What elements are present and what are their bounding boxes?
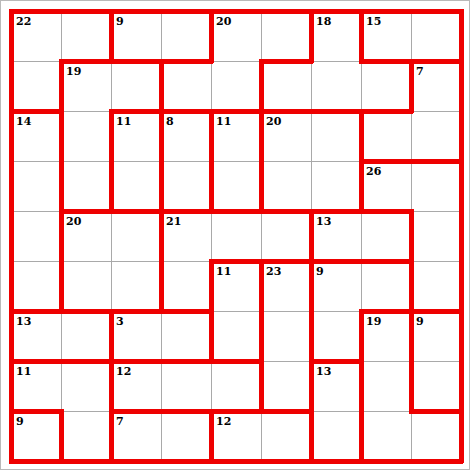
cage-sum-label: 9 xyxy=(416,316,424,327)
cage-border xyxy=(109,409,163,414)
cage-border xyxy=(159,209,213,214)
cage-border xyxy=(409,309,463,314)
cage-border xyxy=(359,409,364,463)
cell-r1c4[interactable] xyxy=(161,11,211,61)
cage-border xyxy=(309,359,314,413)
cage-sum-label: 8 xyxy=(166,116,174,127)
cage-border xyxy=(259,409,313,414)
cage-border xyxy=(459,159,464,213)
cage-border xyxy=(259,309,264,363)
cell-r4c4[interactable] xyxy=(161,161,211,211)
cage-border xyxy=(259,59,264,113)
cage-border xyxy=(409,259,414,313)
cage-border xyxy=(259,159,264,213)
cage-border xyxy=(459,109,464,163)
cell-r9c9[interactable] xyxy=(411,411,461,461)
cell-r6c1[interactable] xyxy=(11,261,61,311)
cell-r8c8[interactable] xyxy=(361,361,411,411)
cage-border xyxy=(9,109,14,163)
cell-r4c2[interactable] xyxy=(61,161,111,211)
cage-sum-label: 13 xyxy=(316,366,331,377)
cage-border xyxy=(409,159,463,164)
cage-border xyxy=(59,209,64,263)
cage-border xyxy=(209,109,214,163)
cage-border xyxy=(109,209,163,214)
cage-border xyxy=(209,409,214,463)
cell-r2c8[interactable] xyxy=(361,61,411,111)
cage-border xyxy=(409,209,414,263)
cage-border xyxy=(159,109,213,114)
cell-r4c5[interactable] xyxy=(211,161,261,211)
cage-border xyxy=(9,159,14,213)
cage-border xyxy=(9,259,14,313)
cage-border xyxy=(359,359,364,413)
cell-r4c3[interactable] xyxy=(111,161,161,211)
cage-border xyxy=(9,359,14,413)
cage-border xyxy=(259,9,313,14)
cell-r4c6[interactable] xyxy=(261,161,311,211)
cage-border xyxy=(59,209,113,214)
cage-border xyxy=(9,109,63,114)
cage-border xyxy=(409,409,463,414)
cage-border xyxy=(309,259,363,264)
cage-border xyxy=(209,309,214,363)
cage-border xyxy=(259,209,313,214)
cell-r7c4[interactable] xyxy=(161,311,211,361)
cage-border xyxy=(109,159,114,213)
cage-sum-label: 12 xyxy=(116,366,131,377)
cage-border xyxy=(459,309,464,363)
cage-border xyxy=(309,209,314,263)
cage-border xyxy=(159,59,213,64)
cage-border xyxy=(159,159,164,213)
cell-r2c4[interactable] xyxy=(161,61,211,111)
cage-border xyxy=(459,209,464,263)
cage-border xyxy=(59,59,113,64)
cage-border xyxy=(109,109,163,114)
cell-r4c9[interactable] xyxy=(411,161,461,211)
cage-border xyxy=(309,9,363,14)
cage-sum-label: 13 xyxy=(316,216,331,227)
cage-border xyxy=(259,459,313,464)
cage-border xyxy=(9,409,14,463)
cell-r7c5[interactable] xyxy=(211,311,261,361)
cage-sum-label: 3 xyxy=(116,316,124,327)
cell-r5c5[interactable] xyxy=(211,211,261,261)
cage-border xyxy=(59,459,113,464)
cage-border xyxy=(259,259,264,313)
cell-r8c5[interactable] xyxy=(211,361,261,411)
cage-sum-label: 11 xyxy=(216,116,231,127)
cage-border xyxy=(359,209,413,214)
cell-r5c8[interactable] xyxy=(361,211,411,261)
cage-border xyxy=(59,309,113,314)
cage-sum-label: 15 xyxy=(366,16,381,27)
cell-r8c9[interactable] xyxy=(411,361,461,411)
cage-border xyxy=(9,59,14,113)
cage-sum-label: 11 xyxy=(116,116,131,127)
cage-border xyxy=(59,159,64,213)
cage-border xyxy=(59,9,113,14)
cage-sum-label: 21 xyxy=(166,216,181,227)
cage-sum-label: 7 xyxy=(416,66,424,77)
cage-border xyxy=(459,259,464,313)
killer-sudoku-puzzle-image: 2292018151971411811202620211311239133199… xyxy=(0,0,470,470)
cell-r6c8[interactable] xyxy=(361,261,411,311)
cell-r9c7[interactable] xyxy=(311,411,361,461)
cage-border xyxy=(59,359,113,364)
cell-r1c6[interactable] xyxy=(261,11,311,61)
cage-border xyxy=(159,359,213,364)
cell-r7c6[interactable] xyxy=(261,311,311,361)
cage-border xyxy=(109,309,163,314)
cage-border xyxy=(159,9,213,14)
cage-border xyxy=(159,209,164,263)
cage-border xyxy=(159,59,164,113)
cage-border xyxy=(259,109,313,114)
cell-r6c4[interactable] xyxy=(161,261,211,311)
cage-sum-label: 12 xyxy=(216,416,231,427)
cage-sum-label: 20 xyxy=(66,216,81,227)
cage-border xyxy=(159,259,164,313)
cage-border xyxy=(359,309,364,363)
cell-r1c2[interactable] xyxy=(61,11,111,61)
cage-border xyxy=(359,159,364,213)
cell-r5c1[interactable] xyxy=(11,211,61,261)
cell-r9c2[interactable] xyxy=(61,411,111,461)
cage-border xyxy=(59,109,64,163)
cage-border xyxy=(309,259,314,313)
cage-border xyxy=(459,359,464,413)
cage-border xyxy=(359,109,413,114)
cell-r6c2[interactable] xyxy=(61,261,111,311)
cell-r7c7[interactable] xyxy=(311,311,361,361)
cell-r5c6[interactable] xyxy=(261,211,311,261)
cage-sum-label: 19 xyxy=(366,316,381,327)
cell-r2c5[interactable] xyxy=(211,61,261,111)
cage-border xyxy=(109,409,114,463)
cage-border xyxy=(359,109,364,163)
cage-border xyxy=(309,109,363,114)
cage-border xyxy=(209,109,263,114)
cell-r3c8[interactable] xyxy=(361,111,411,161)
cage-border xyxy=(59,259,64,313)
cage-border xyxy=(109,9,163,14)
cage-sum-label: 22 xyxy=(16,16,31,27)
cell-r2c1[interactable] xyxy=(11,61,61,111)
cell-r3c9[interactable] xyxy=(411,111,461,161)
cage-border xyxy=(259,109,264,163)
cage-border xyxy=(109,359,114,413)
cell-r3c2[interactable] xyxy=(61,111,111,161)
cell-r9c4[interactable] xyxy=(161,411,211,461)
cell-r5c3[interactable] xyxy=(111,211,161,261)
cage-border xyxy=(409,309,414,363)
cage-border xyxy=(259,59,313,64)
cage-border xyxy=(59,59,64,113)
cage-sum-label: 9 xyxy=(16,416,24,427)
cage-border xyxy=(9,9,14,63)
cage-border xyxy=(109,9,114,63)
cage-border xyxy=(159,309,213,314)
cage-border xyxy=(259,259,313,264)
cage-border xyxy=(209,159,214,213)
cage-border xyxy=(109,109,114,163)
cell-r2c3[interactable] xyxy=(111,61,161,111)
cage-border xyxy=(209,259,263,264)
cage-sum-label: 13 xyxy=(16,316,31,327)
cage-border xyxy=(9,209,14,263)
cage-border xyxy=(209,359,263,364)
cell-r5c9[interactable] xyxy=(411,211,461,261)
cell-r7c2[interactable] xyxy=(61,311,111,361)
cell-r6c9[interactable] xyxy=(411,261,461,311)
cage-border xyxy=(409,459,463,464)
cage-border xyxy=(109,359,163,364)
cell-r8c2[interactable] xyxy=(61,361,111,411)
cell-r2c7[interactable] xyxy=(311,61,361,111)
cage-border xyxy=(409,59,414,113)
cage-border xyxy=(209,259,214,313)
cage-border xyxy=(109,59,163,64)
cell-r9c8[interactable] xyxy=(361,411,411,461)
cage-border xyxy=(259,359,264,413)
cage-sum-label: 9 xyxy=(316,266,324,277)
cage-border xyxy=(109,309,114,363)
cage-border xyxy=(209,9,263,14)
cage-sum-label: 19 xyxy=(66,66,81,77)
cell-r6c3[interactable] xyxy=(111,261,161,311)
cage-border xyxy=(409,9,463,14)
cell-r8c4[interactable] xyxy=(161,361,211,411)
cage-border xyxy=(159,459,213,464)
cage-border xyxy=(9,459,63,464)
cage-border xyxy=(9,309,63,314)
cage-border xyxy=(309,359,363,364)
cell-r1c9[interactable] xyxy=(411,11,461,61)
cage-border xyxy=(159,109,164,163)
cage-border xyxy=(309,209,363,214)
cage-border xyxy=(359,9,413,14)
cage-border xyxy=(109,459,163,464)
killer-sudoku-board: 2292018151971411811202620211311239133199… xyxy=(1,1,470,470)
cage-border xyxy=(209,409,263,414)
cage-border xyxy=(309,459,363,464)
cage-border xyxy=(9,359,63,364)
cell-r8c6[interactable] xyxy=(261,361,311,411)
cage-border xyxy=(209,209,263,214)
cage-sum-label: 23 xyxy=(266,266,281,277)
cell-r9c6[interactable] xyxy=(261,411,311,461)
cage-border xyxy=(209,9,214,63)
cage-border xyxy=(359,459,413,464)
cage-border xyxy=(9,9,63,14)
cage-border xyxy=(9,409,63,414)
cage-border xyxy=(209,459,263,464)
cage-border xyxy=(409,359,414,413)
cage-border xyxy=(309,9,314,63)
cage-border xyxy=(459,59,464,113)
cage-border xyxy=(359,309,413,314)
cage-border xyxy=(359,9,364,63)
cage-sum-label: 14 xyxy=(16,116,31,127)
cage-border xyxy=(309,309,314,363)
cage-sum-label: 11 xyxy=(16,366,31,377)
cage-sum-label: 20 xyxy=(266,116,281,127)
cage-border xyxy=(359,259,413,264)
cage-border xyxy=(309,409,314,463)
cell-r2c6[interactable] xyxy=(261,61,311,111)
cage-border xyxy=(459,9,464,63)
cage-sum-label: 7 xyxy=(116,416,124,427)
cage-border xyxy=(359,59,413,64)
cage-sum-label: 9 xyxy=(116,16,124,27)
cage-border xyxy=(59,409,64,463)
cage-sum-label: 20 xyxy=(216,16,231,27)
cage-sum-label: 18 xyxy=(316,16,331,27)
cage-sum-label: 11 xyxy=(216,266,231,277)
cage-border xyxy=(359,159,413,164)
cell-r4c7[interactable] xyxy=(311,161,361,211)
cell-r4c1[interactable] xyxy=(11,161,61,211)
cage-border xyxy=(409,59,463,64)
cage-border xyxy=(9,309,14,363)
cage-border xyxy=(159,409,213,414)
cage-sum-label: 26 xyxy=(366,166,381,177)
cell-r3c7[interactable] xyxy=(311,111,361,161)
cage-border xyxy=(459,409,464,463)
